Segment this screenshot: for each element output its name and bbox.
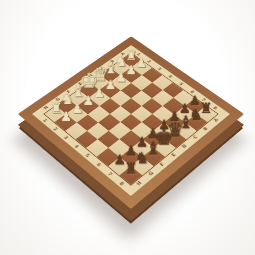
- board-notation-border: 12345678 12345678 ABCDEFGH ABCDEFGH ♜♟♟♜…: [32, 45, 230, 196]
- board-squares: ♜♟♟♜♞♟♟♞♝♟♟♝♛♟♟♛♚♟♟♚♝♟♟♝♞♟♟♞♜♟♟♜: [43, 52, 218, 185]
- black-rook: ♜: [124, 161, 137, 176]
- square-e4: [109, 106, 131, 122]
- white-pawn: ♟: [83, 94, 95, 107]
- white-pawn: ♟: [126, 64, 137, 76]
- white-pawn: ♟: [60, 110, 72, 123]
- coordinate-label: B: [198, 122, 215, 135]
- white-pawn: ♟: [94, 86, 105, 99]
- white-pawn: ♟: [115, 71, 126, 84]
- chess-set-photo: 12345678 12345678 ABCDEFGH ABCDEFGH ♜♟♟♜…: [0, 0, 255, 255]
- board-wood-frame: 12345678 12345678 ABCDEFGH ABCDEFGH ♜♟♟♜…: [18, 36, 244, 209]
- white-pawn: ♟: [136, 56, 147, 68]
- white-pawn: ♟: [104, 79, 115, 92]
- chess-board: 12345678 12345678 ABCDEFGH ABCDEFGH ♜♟♟♜…: [18, 36, 244, 209]
- white-pawn: ♟: [71, 102, 83, 115]
